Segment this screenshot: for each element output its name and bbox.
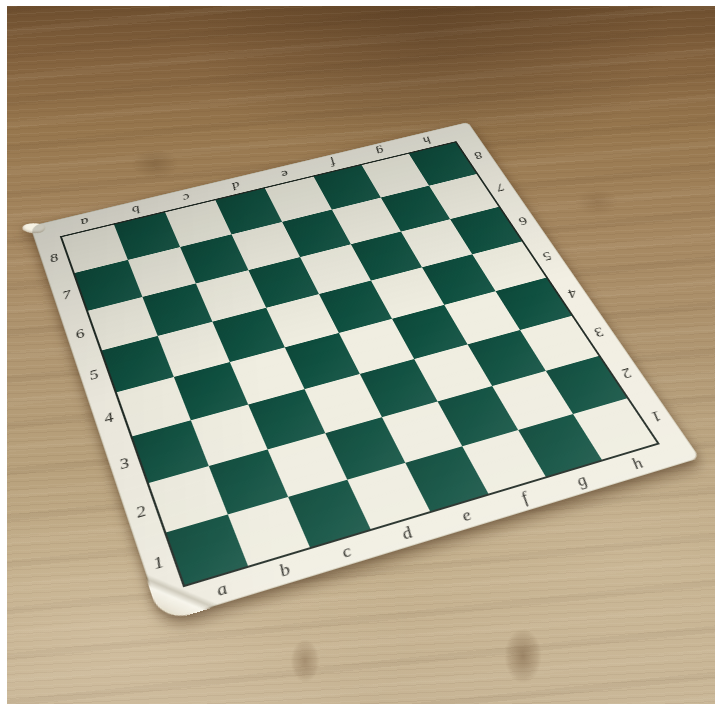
vinyl-chessboard-sheet: abcdefgh abcdefgh 87654321 87654321 — [30, 122, 700, 622]
board-shadow-wrapper: abcdefgh abcdefgh 87654321 87654321 — [0, 0, 720, 720]
corner-curl-a8 — [21, 222, 47, 234]
